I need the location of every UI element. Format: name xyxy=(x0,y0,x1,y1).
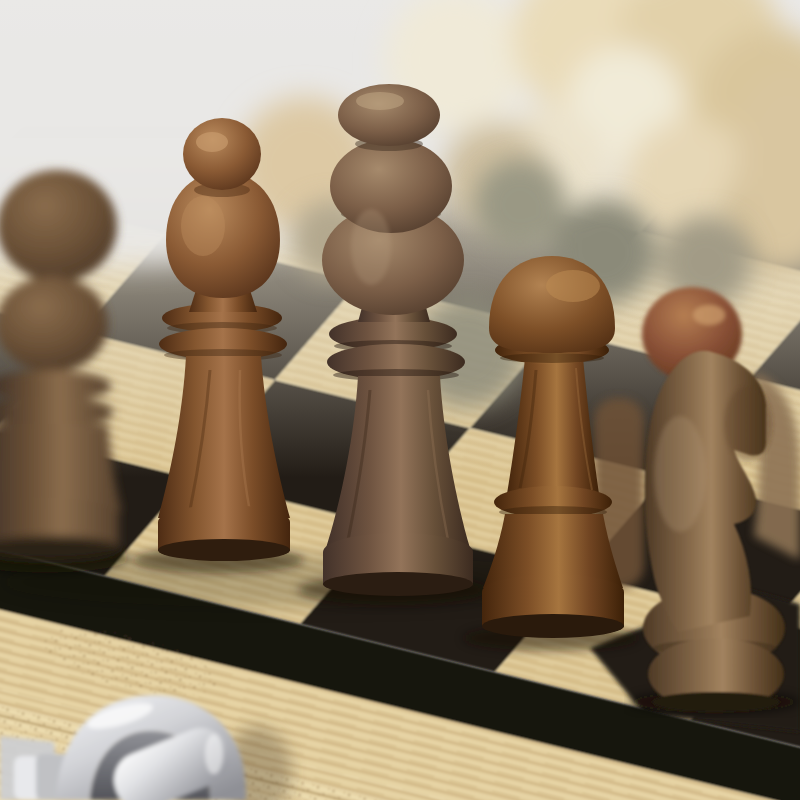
latch-glint-2 xyxy=(205,734,223,774)
bishop-ball-top xyxy=(183,118,261,190)
chess-set-photo: Close-up photograph of a wooden chess se… xyxy=(0,0,800,800)
photo-canvas: Close-up photograph of a wooden chess se… xyxy=(0,0,800,800)
